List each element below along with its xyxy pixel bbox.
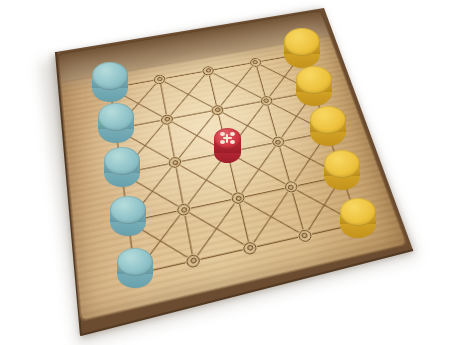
piece-blue-4[interactable] — [110, 196, 146, 236]
pieces-layer — [0, 0, 449, 345]
piece-yellow-1[interactable] — [284, 28, 320, 68]
piece-blue-1[interactable] — [92, 62, 128, 102]
piece-top-face — [284, 28, 320, 56]
piece-blue-3[interactable] — [104, 147, 140, 187]
piece-yellow-5[interactable] — [340, 198, 376, 238]
piece-yellow-2[interactable] — [296, 66, 332, 106]
piece-top-face — [104, 147, 140, 175]
piece-top-face — [310, 106, 346, 134]
piece-yellow-4[interactable] — [324, 150, 360, 190]
piece-top-face — [92, 62, 128, 90]
piece-top-face — [98, 103, 134, 131]
piece-yellow-3[interactable] — [310, 106, 346, 146]
piece-blue-5[interactable] — [117, 248, 153, 288]
piece-blue-2[interactable] — [98, 103, 134, 143]
piece-top-face — [110, 196, 146, 224]
piece-red-1[interactable] — [214, 128, 241, 163]
photo-scene — [0, 0, 449, 345]
piece-top-face — [340, 198, 376, 226]
piece-top-face — [296, 66, 332, 94]
red-piece-carved-pattern — [214, 128, 241, 149]
